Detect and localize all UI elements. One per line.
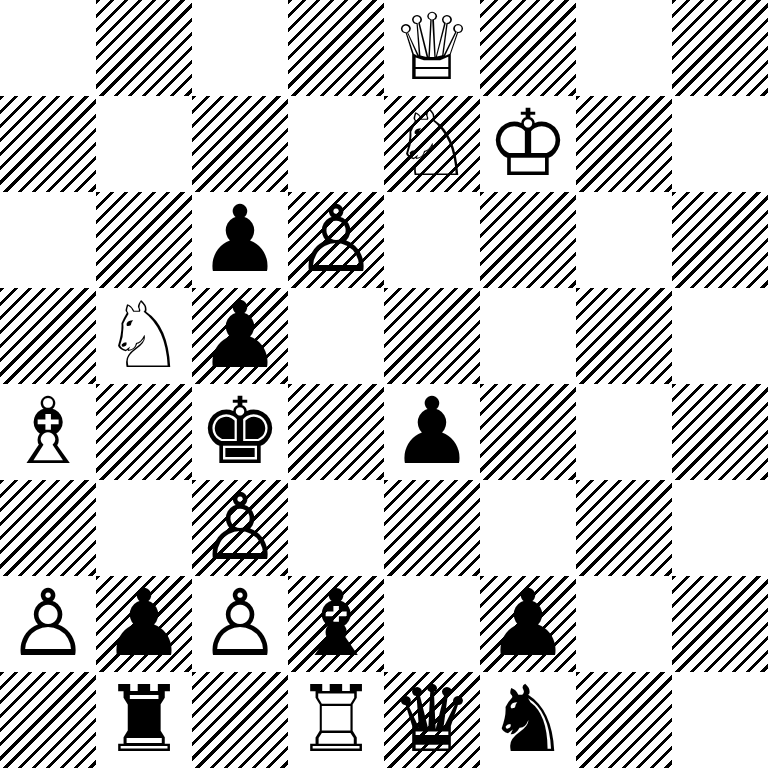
square-g1[interactable] [576, 672, 672, 768]
square-d4[interactable] [288, 384, 384, 480]
square-g4[interactable] [576, 384, 672, 480]
piece-black-queen: ♛ [391, 672, 473, 768]
square-h2[interactable] [672, 576, 768, 672]
piece-black-king: ♚ [199, 384, 281, 480]
piece-white-pawn: ♙ [295, 192, 377, 288]
piece-white-pawn: ♙ [199, 480, 281, 576]
square-c3[interactable]: ♙ [192, 480, 288, 576]
square-b1[interactable]: ♜ [96, 672, 192, 768]
square-d1[interactable]: ♖ [288, 672, 384, 768]
square-f7[interactable]: ♔ [480, 96, 576, 192]
square-a6[interactable] [0, 192, 96, 288]
square-f6[interactable] [480, 192, 576, 288]
square-b8[interactable] [96, 0, 192, 96]
square-c8[interactable] [192, 0, 288, 96]
square-c6[interactable]: ♟ [192, 192, 288, 288]
piece-white-king: ♔ [487, 96, 569, 192]
piece-black-bishop: ♝ [295, 576, 377, 672]
square-c7[interactable] [192, 96, 288, 192]
square-e3[interactable] [384, 480, 480, 576]
piece-black-pawn: ♟ [391, 384, 473, 480]
square-c5[interactable]: ♟ [192, 288, 288, 384]
square-b5[interactable]: ♘ [96, 288, 192, 384]
piece-black-pawn: ♟ [199, 288, 281, 384]
square-e5[interactable] [384, 288, 480, 384]
piece-white-pawn: ♙ [199, 576, 281, 672]
square-d6[interactable]: ♙ [288, 192, 384, 288]
square-f2[interactable]: ♟ [480, 576, 576, 672]
square-a4[interactable]: ♗ [0, 384, 96, 480]
square-f5[interactable] [480, 288, 576, 384]
square-h6[interactable] [672, 192, 768, 288]
piece-black-knight: ♞ [487, 672, 569, 768]
square-b3[interactable] [96, 480, 192, 576]
square-h5[interactable] [672, 288, 768, 384]
square-a8[interactable] [0, 0, 96, 96]
piece-black-pawn: ♟ [199, 192, 281, 288]
square-e4[interactable]: ♟ [384, 384, 480, 480]
piece-black-pawn: ♟ [487, 576, 569, 672]
square-f4[interactable] [480, 384, 576, 480]
square-d2[interactable]: ♝ [288, 576, 384, 672]
piece-black-rook: ♜ [103, 672, 185, 768]
square-d7[interactable] [288, 96, 384, 192]
square-h1[interactable] [672, 672, 768, 768]
piece-white-knight: ♘ [391, 96, 473, 192]
square-b2[interactable]: ♟ [96, 576, 192, 672]
piece-white-knight: ♘ [103, 288, 185, 384]
square-f8[interactable] [480, 0, 576, 96]
square-a7[interactable] [0, 96, 96, 192]
square-h3[interactable] [672, 480, 768, 576]
piece-black-pawn: ♟ [103, 576, 185, 672]
square-g7[interactable] [576, 96, 672, 192]
square-a2[interactable]: ♙ [0, 576, 96, 672]
square-c4[interactable]: ♚ [192, 384, 288, 480]
square-e2[interactable] [384, 576, 480, 672]
square-h4[interactable] [672, 384, 768, 480]
square-b4[interactable] [96, 384, 192, 480]
square-e7[interactable]: ♘ [384, 96, 480, 192]
piece-white-pawn: ♙ [7, 576, 89, 672]
square-b7[interactable] [96, 96, 192, 192]
square-g6[interactable] [576, 192, 672, 288]
square-e8[interactable]: ♕ [384, 0, 480, 96]
square-g2[interactable] [576, 576, 672, 672]
chess-board: ♕♘♔♟♙♘♟♗♚♟♙♙♟♙♝♟♜♖♛♞ [0, 0, 768, 768]
square-a3[interactable] [0, 480, 96, 576]
square-g8[interactable] [576, 0, 672, 96]
piece-white-queen: ♕ [391, 0, 473, 96]
square-f3[interactable] [480, 480, 576, 576]
square-e1[interactable]: ♛ [384, 672, 480, 768]
square-g5[interactable] [576, 288, 672, 384]
square-h7[interactable] [672, 96, 768, 192]
square-a5[interactable] [0, 288, 96, 384]
square-d3[interactable] [288, 480, 384, 576]
square-d5[interactable] [288, 288, 384, 384]
piece-white-bishop: ♗ [7, 384, 89, 480]
piece-white-rook: ♖ [295, 672, 377, 768]
square-c1[interactable] [192, 672, 288, 768]
square-f1[interactable]: ♞ [480, 672, 576, 768]
square-a1[interactable] [0, 672, 96, 768]
square-h8[interactable] [672, 0, 768, 96]
square-g3[interactable] [576, 480, 672, 576]
square-e6[interactable] [384, 192, 480, 288]
square-b6[interactable] [96, 192, 192, 288]
square-d8[interactable] [288, 0, 384, 96]
square-c2[interactable]: ♙ [192, 576, 288, 672]
